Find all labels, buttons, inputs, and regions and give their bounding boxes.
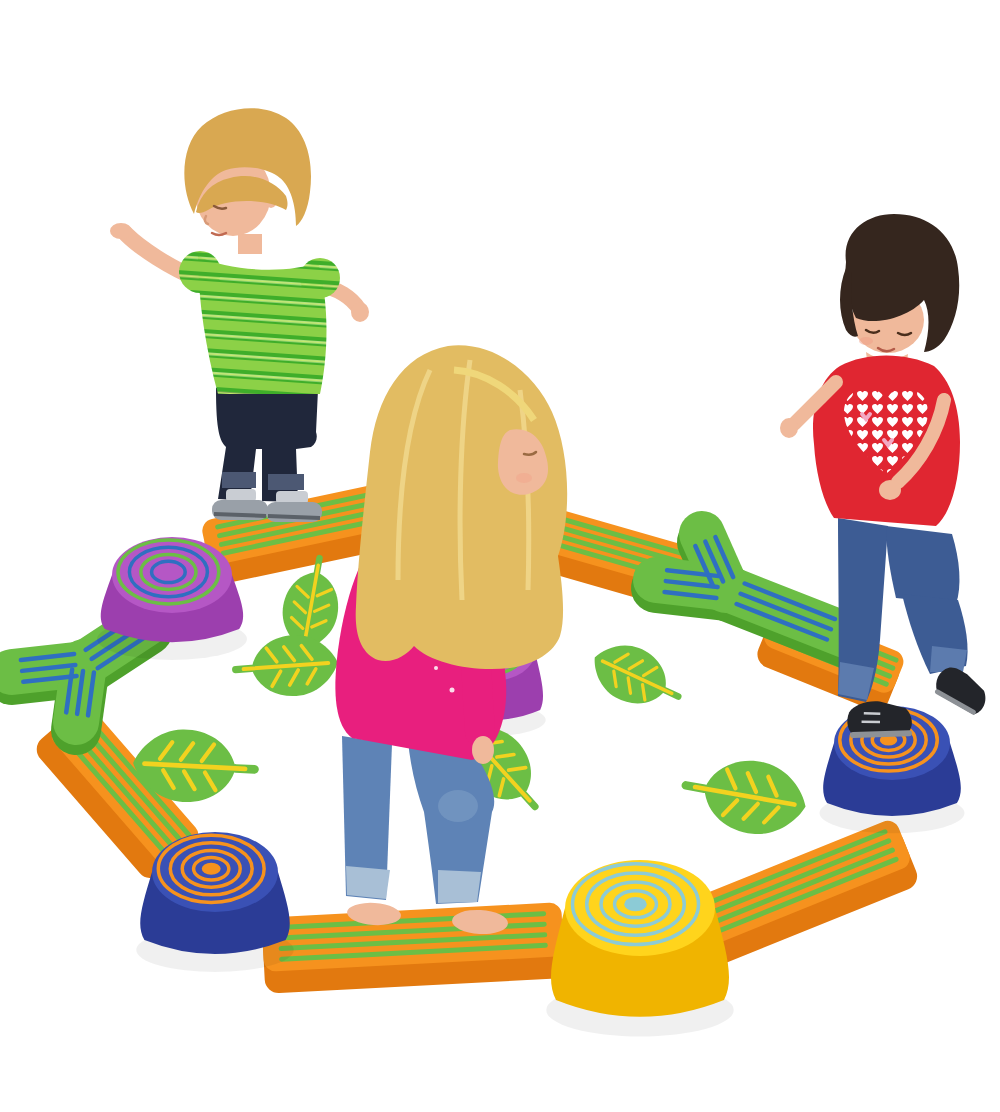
- girl2-left-hand: [780, 418, 798, 438]
- child-boy-striped-shirt: [110, 108, 369, 522]
- branch-right: [656, 534, 848, 644]
- boy-right-hand: [351, 302, 369, 322]
- boy-cuff-right: [268, 474, 304, 490]
- product-photo: [0, 0, 1000, 1112]
- girl2-blush: [859, 337, 873, 345]
- child-girl-pink-top: [335, 345, 567, 935]
- leaf-2: [234, 632, 340, 700]
- girl1-cuff-front: [438, 870, 481, 903]
- beam-bottom: [261, 902, 565, 994]
- girl2-right-thigh: [886, 526, 959, 604]
- leaf-4: [583, 633, 690, 722]
- stump-yellow: [546, 860, 734, 1036]
- leaf-5: [680, 750, 812, 843]
- boy-neck: [238, 234, 262, 254]
- girl2-right-hand: [879, 480, 901, 500]
- scene-canvas: [0, 0, 1000, 1112]
- stump-blue-left: [136, 832, 294, 972]
- boy-sleeve-left: [179, 251, 221, 293]
- girl1-hand: [472, 736, 494, 764]
- boy-mouth: [212, 233, 226, 235]
- girl1-blush: [516, 473, 532, 483]
- girl1-knee-patch: [438, 790, 478, 822]
- girl1-cuff-back: [346, 866, 390, 899]
- boy-left-hand: [110, 223, 132, 239]
- boy-sleeve-right: [300, 258, 340, 298]
- boy-cuff-left: [222, 472, 256, 488]
